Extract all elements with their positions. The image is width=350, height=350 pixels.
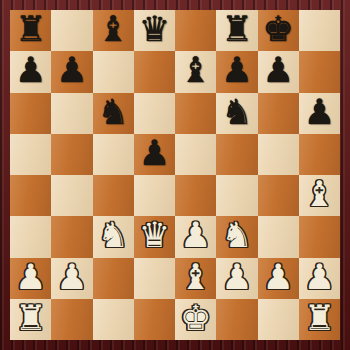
square-h1[interactable]: ♜ (299, 299, 340, 340)
square-f5[interactable] (216, 134, 257, 175)
square-a8[interactable]: ♜ (10, 10, 51, 51)
piece-black-queen: ♛ (139, 12, 170, 47)
piece-black-pawn: ♟ (304, 95, 335, 130)
piece-white-knight: ♞ (221, 218, 252, 253)
square-d2[interactable] (134, 258, 175, 299)
square-c8[interactable]: ♝ (93, 10, 134, 51)
square-g4[interactable] (258, 175, 299, 216)
square-g6[interactable] (258, 93, 299, 134)
square-e7[interactable]: ♝ (175, 51, 216, 92)
square-d1[interactable] (134, 299, 175, 340)
piece-white-knight: ♞ (97, 218, 128, 253)
piece-white-pawn: ♟ (15, 260, 46, 295)
piece-white-rook: ♜ (15, 301, 46, 336)
square-b4[interactable] (51, 175, 92, 216)
square-a6[interactable] (10, 93, 51, 134)
square-h2[interactable]: ♟ (299, 258, 340, 299)
square-h3[interactable] (299, 216, 340, 257)
square-e5[interactable] (175, 134, 216, 175)
square-a1[interactable]: ♜ (10, 299, 51, 340)
piece-black-bishop: ♝ (97, 12, 128, 47)
square-d3[interactable]: ♛ (134, 216, 175, 257)
piece-white-queen: ♛ (139, 218, 170, 253)
chess-board: ♜♝♛♜♚♟♟♝♟♟♞♞♟♟♝♞♛♟♞♟♟♝♟♟♟♜♚♜ (10, 10, 340, 340)
square-g2[interactable]: ♟ (258, 258, 299, 299)
piece-black-pawn: ♟ (139, 136, 170, 171)
square-c6[interactable]: ♞ (93, 93, 134, 134)
board-frame: ♜♝♛♜♚♟♟♝♟♟♞♞♟♟♝♞♛♟♞♟♟♝♟♟♟♜♚♜ (0, 0, 350, 350)
piece-black-bishop: ♝ (180, 53, 211, 88)
square-g3[interactable] (258, 216, 299, 257)
square-c5[interactable] (93, 134, 134, 175)
square-f6[interactable]: ♞ (216, 93, 257, 134)
square-d8[interactable]: ♛ (134, 10, 175, 51)
piece-white-pawn: ♟ (221, 260, 252, 295)
square-c2[interactable] (93, 258, 134, 299)
piece-white-king: ♚ (180, 301, 211, 336)
piece-white-pawn: ♟ (304, 260, 335, 295)
piece-black-pawn: ♟ (56, 53, 87, 88)
piece-white-bishop: ♝ (180, 260, 211, 295)
square-g5[interactable] (258, 134, 299, 175)
square-a4[interactable] (10, 175, 51, 216)
square-a5[interactable] (10, 134, 51, 175)
square-e4[interactable] (175, 175, 216, 216)
square-e6[interactable] (175, 93, 216, 134)
square-f4[interactable] (216, 175, 257, 216)
square-a7[interactable]: ♟ (10, 51, 51, 92)
piece-black-pawn: ♟ (262, 53, 293, 88)
square-f7[interactable]: ♟ (216, 51, 257, 92)
square-e3[interactable]: ♟ (175, 216, 216, 257)
square-b8[interactable] (51, 10, 92, 51)
square-h6[interactable]: ♟ (299, 93, 340, 134)
square-d6[interactable] (134, 93, 175, 134)
piece-black-king: ♚ (262, 12, 293, 47)
square-c3[interactable]: ♞ (93, 216, 134, 257)
piece-black-pawn: ♟ (221, 53, 252, 88)
square-h8[interactable] (299, 10, 340, 51)
square-b2[interactable]: ♟ (51, 258, 92, 299)
square-c1[interactable] (93, 299, 134, 340)
square-c7[interactable] (93, 51, 134, 92)
square-e8[interactable] (175, 10, 216, 51)
square-h5[interactable] (299, 134, 340, 175)
piece-white-pawn: ♟ (180, 218, 211, 253)
square-d5[interactable]: ♟ (134, 134, 175, 175)
square-a3[interactable] (10, 216, 51, 257)
piece-black-rook: ♜ (15, 12, 46, 47)
square-e1[interactable]: ♚ (175, 299, 216, 340)
square-b3[interactable] (51, 216, 92, 257)
square-b6[interactable] (51, 93, 92, 134)
piece-white-pawn: ♟ (56, 260, 87, 295)
square-a2[interactable]: ♟ (10, 258, 51, 299)
piece-black-rook: ♜ (221, 12, 252, 47)
square-f2[interactable]: ♟ (216, 258, 257, 299)
square-h4[interactable]: ♝ (299, 175, 340, 216)
square-g1[interactable] (258, 299, 299, 340)
square-b7[interactable]: ♟ (51, 51, 92, 92)
piece-white-pawn: ♟ (262, 260, 293, 295)
square-f8[interactable]: ♜ (216, 10, 257, 51)
square-g7[interactable]: ♟ (258, 51, 299, 92)
square-b1[interactable] (51, 299, 92, 340)
square-d4[interactable] (134, 175, 175, 216)
square-d7[interactable] (134, 51, 175, 92)
piece-white-rook: ♜ (304, 301, 335, 336)
square-h7[interactable] (299, 51, 340, 92)
piece-white-bishop: ♝ (304, 177, 335, 212)
square-f1[interactable] (216, 299, 257, 340)
square-g8[interactable]: ♚ (258, 10, 299, 51)
square-b5[interactable] (51, 134, 92, 175)
square-c4[interactable] (93, 175, 134, 216)
piece-black-knight: ♞ (221, 95, 252, 130)
piece-black-knight: ♞ (97, 95, 128, 130)
piece-black-pawn: ♟ (15, 53, 46, 88)
square-e2[interactable]: ♝ (175, 258, 216, 299)
square-f3[interactable]: ♞ (216, 216, 257, 257)
